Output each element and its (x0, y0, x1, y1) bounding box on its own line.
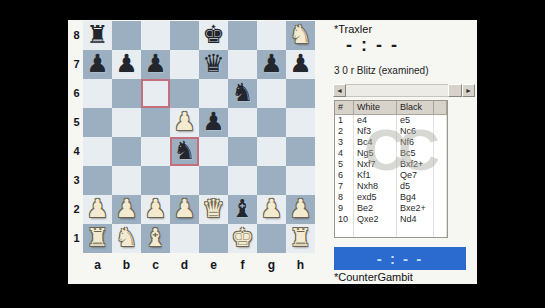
white-pawn-b2[interactable]: ♟ (112, 195, 141, 224)
video-frame: 87654321 ♜♚♞♟♟♟♛♟♟♞♟♟♞♟♟♟♟♛♝♟♟♜♞♝♚♜ abcd… (0, 0, 545, 308)
square-d4[interactable]: ♞ (170, 137, 199, 166)
square-f8[interactable] (228, 21, 257, 50)
black-knight-f6[interactable]: ♞ (228, 79, 257, 108)
black-move[interactable]: e5 (397, 115, 434, 126)
square-e4[interactable] (199, 137, 228, 166)
square-a5[interactable] (83, 108, 112, 137)
rank-label-1: 1 (70, 224, 83, 253)
spacer (434, 126, 447, 137)
move-number: 9 (335, 203, 354, 214)
spacer (434, 214, 447, 225)
move-number: 7 (335, 181, 354, 192)
square-e8[interactable]: ♚ (199, 21, 228, 50)
move-row-8[interactable]: 8exd5Bg4 (335, 192, 447, 203)
move-number: 2 (335, 126, 354, 137)
black-bishop-f2[interactable]: ♝ (228, 195, 257, 224)
move-row-5[interactable]: 5Nxf7Bxf2+ (335, 159, 447, 170)
white-knight-h8[interactable]: ♞ (286, 21, 315, 50)
black-pawn-a7[interactable]: ♟ (83, 50, 112, 79)
white-move[interactable]: Ng5 (354, 148, 397, 159)
bottom-player-name: *CounterGambit (334, 271, 413, 283)
spacer (434, 225, 447, 238)
square-a4[interactable] (83, 137, 112, 166)
white-move[interactable]: Nxf7 (354, 159, 397, 170)
rank-label-4: 4 (70, 137, 83, 166)
game-type-label: 3 0 r Blitz (examined) (334, 65, 428, 76)
move-row-4[interactable]: 4Ng5Bc5 (335, 148, 447, 159)
move-row-6[interactable]: 6Kf1Qe7 (335, 170, 447, 181)
white-pawn-d2[interactable]: ♟ (170, 195, 199, 224)
white-rook-a1[interactable]: ♜ (83, 224, 112, 253)
white-queen-e2[interactable]: ♛ (199, 195, 228, 224)
spacer (434, 181, 447, 192)
square-a8[interactable]: ♜ (83, 21, 112, 50)
file-label-f: f (228, 257, 257, 273)
square-a1[interactable]: ♜ (83, 224, 112, 253)
square-c4[interactable] (141, 137, 170, 166)
square-e3[interactable] (199, 166, 228, 195)
square-c6[interactable] (141, 79, 170, 108)
move-row-10[interactable]: 10Qxe2Nd4 (335, 214, 447, 225)
move-number: 6 (335, 170, 354, 181)
square-h8[interactable]: ♞ (286, 21, 315, 50)
black-move[interactable]: Bg4 (397, 192, 434, 203)
square-g2[interactable]: ♟ (257, 195, 286, 224)
spacer (434, 148, 447, 159)
square-b7[interactable]: ♟ (112, 50, 141, 79)
top-player-name: *Traxler (334, 23, 372, 35)
scroll-right-icon[interactable]: ► (462, 84, 475, 97)
square-d8[interactable] (170, 21, 199, 50)
file-label-h: h (286, 257, 315, 273)
square-c2[interactable]: ♟ (141, 195, 170, 224)
black-pawn-c7[interactable]: ♟ (141, 50, 170, 79)
file-label-d: d (170, 257, 199, 273)
black-pawn-e5[interactable]: ♟ (199, 108, 228, 137)
square-a2[interactable]: ♟ (83, 195, 112, 224)
black-king-e8[interactable]: ♚ (199, 21, 228, 50)
square-g7[interactable]: ♟ (257, 50, 286, 79)
black-rook-a8[interactable]: ♜ (83, 21, 112, 50)
square-h1[interactable]: ♜ (286, 224, 315, 253)
white-move[interactable]: Qxe2 (354, 214, 397, 225)
square-h6[interactable] (286, 79, 315, 108)
square-e5[interactable]: ♟ (199, 108, 228, 137)
spacer (397, 225, 434, 238)
white-move[interactable]: Be2 (354, 203, 397, 214)
black-move[interactable]: Bc5 (397, 148, 434, 159)
square-c5[interactable] (141, 108, 170, 137)
square-d3[interactable] (170, 166, 199, 195)
square-g8[interactable] (257, 21, 286, 50)
rank-label-3: 3 (70, 166, 83, 195)
square-e7[interactable]: ♛ (199, 50, 228, 79)
square-b6[interactable] (112, 79, 141, 108)
white-move[interactable]: Nxh8 (354, 181, 397, 192)
move-row-7[interactable]: 7Nxh8d5 (335, 181, 447, 192)
white-move[interactable]: Kf1 (354, 170, 397, 181)
square-b3[interactable] (112, 166, 141, 195)
square-b1[interactable]: ♞ (112, 224, 141, 253)
square-f5[interactable] (228, 108, 257, 137)
scrollbar-thumb[interactable] (448, 84, 462, 97)
black-pawn-g7[interactable]: ♟ (257, 50, 286, 79)
move-number: 5 (335, 159, 354, 170)
spacer (434, 170, 447, 181)
square-g4[interactable] (257, 137, 286, 166)
move-number: 4 (335, 148, 354, 159)
square-c3[interactable] (141, 166, 170, 195)
square-g6[interactable] (257, 79, 286, 108)
move-row-2[interactable]: 2Nf3Nc6 (335, 126, 447, 137)
square-g3[interactable] (257, 166, 286, 195)
move-number: 8 (335, 192, 354, 203)
black-move[interactable]: Bxe2+ (397, 203, 434, 214)
rank-label-6: 6 (70, 79, 83, 108)
white-pawn-c2[interactable]: ♟ (141, 195, 170, 224)
rank-label-8: 8 (70, 21, 83, 50)
square-a3[interactable] (83, 166, 112, 195)
black-pawn-h7[interactable]: ♟ (286, 50, 315, 79)
spacer (354, 225, 397, 238)
square-a6[interactable] (83, 79, 112, 108)
move-list-scrollbar[interactable]: ◄ ► (333, 84, 475, 97)
white-pawn-d5[interactable]: ♟ (170, 108, 199, 137)
file-label-e: e (199, 257, 228, 273)
black-pawn-b7[interactable]: ♟ (112, 50, 141, 79)
move-number: 1 (335, 115, 354, 126)
square-c8[interactable] (141, 21, 170, 50)
white-pawn-a2[interactable]: ♟ (83, 195, 112, 224)
move-table-header-cell (434, 101, 447, 115)
move-row-1[interactable]: 1e4e5 (335, 115, 447, 126)
square-b4[interactable] (112, 137, 141, 166)
square-b8[interactable] (112, 21, 141, 50)
white-pawn-g2[interactable]: ♟ (257, 195, 286, 224)
black-move[interactable]: Nc6 (397, 126, 434, 137)
black-move[interactable]: Nf6 (397, 137, 434, 148)
move-row-3[interactable]: 3Bc4Nf6 (335, 137, 447, 148)
move-table-header-cell: Black (397, 101, 434, 115)
file-label-a: a (83, 257, 112, 273)
square-f6[interactable]: ♞ (228, 79, 257, 108)
square-f3[interactable] (228, 166, 257, 195)
square-g1[interactable] (257, 224, 286, 253)
spacer (434, 159, 447, 170)
square-f1[interactable]: ♚ (228, 224, 257, 253)
white-move[interactable]: Bc4 (354, 137, 397, 148)
square-d2[interactable]: ♟ (170, 195, 199, 224)
black-move[interactable]: Bxf2+ (397, 159, 434, 170)
black-knight-d4[interactable]: ♞ (170, 137, 199, 166)
square-h2[interactable]: ♟ (286, 195, 315, 224)
square-e6[interactable] (199, 79, 228, 108)
square-f7[interactable] (228, 50, 257, 79)
square-d5[interactable]: ♟ (170, 108, 199, 137)
bottom-player-clock: - : - - (334, 247, 466, 270)
move-table-empty-area (335, 225, 447, 238)
rank-labels: 87654321 (70, 21, 83, 253)
square-h5[interactable] (286, 108, 315, 137)
square-g5[interactable] (257, 108, 286, 137)
square-f2[interactable]: ♝ (228, 195, 257, 224)
square-b2[interactable]: ♟ (112, 195, 141, 224)
square-d7[interactable] (170, 50, 199, 79)
file-label-c: c (141, 257, 170, 273)
white-pawn-h2[interactable]: ♟ (286, 195, 315, 224)
square-a7[interactable]: ♟ (83, 50, 112, 79)
spacer (434, 192, 447, 203)
rank-label-5: 5 (70, 108, 83, 137)
white-bishop-c1[interactable]: ♝ (141, 224, 170, 253)
square-h4[interactable] (286, 137, 315, 166)
white-rook-h1[interactable]: ♜ (286, 224, 315, 253)
spacer (434, 203, 447, 214)
white-move[interactable]: exd5 (354, 192, 397, 203)
white-king-f1[interactable]: ♚ (228, 224, 257, 253)
spacer (434, 115, 447, 126)
square-h3[interactable] (286, 166, 315, 195)
square-c7[interactable]: ♟ (141, 50, 170, 79)
move-list-table[interactable]: #WhiteBlack1e4e52Nf3Nc63Bc4Nf64Ng5Bc55Nx… (334, 100, 448, 238)
move-number: 10 (335, 214, 354, 225)
square-f4[interactable] (228, 137, 257, 166)
file-label-b: b (112, 257, 141, 273)
file-label-g: g (257, 257, 286, 273)
square-e2[interactable]: ♛ (199, 195, 228, 224)
square-h7[interactable]: ♟ (286, 50, 315, 79)
black-move[interactable]: d5 (397, 181, 434, 192)
scroll-left-icon[interactable]: ◄ (333, 84, 346, 97)
spacer (434, 137, 447, 148)
top-player-clock: - : - - (346, 35, 456, 56)
white-move[interactable]: Nf3 (354, 126, 397, 137)
move-table-header-cell: # (335, 101, 354, 115)
square-c1[interactable]: ♝ (141, 224, 170, 253)
file-labels: abcdefgh (83, 257, 315, 273)
black-queen-e7[interactable]: ♛ (199, 50, 228, 79)
square-d6[interactable] (170, 79, 199, 108)
chess-app-panel: 87654321 ♜♚♞♟♟♟♛♟♟♞♟♟♞♟♟♟♟♛♝♟♟♜♞♝♚♜ abcd… (68, 20, 477, 284)
rank-label-7: 7 (70, 50, 83, 79)
square-d1[interactable] (170, 224, 199, 253)
square-e1[interactable] (199, 224, 228, 253)
spacer (335, 225, 354, 238)
move-row-9[interactable]: 9Be2Bxe2+ (335, 203, 447, 214)
black-move[interactable]: Nd4 (397, 214, 434, 225)
move-number: 3 (335, 137, 354, 148)
square-b5[interactable] (112, 108, 141, 137)
white-knight-b1[interactable]: ♞ (112, 224, 141, 253)
black-move[interactable]: Qe7 (397, 170, 434, 181)
white-move[interactable]: e4 (354, 115, 397, 126)
move-table-header-cell: White (354, 101, 397, 115)
rank-label-2: 2 (70, 195, 83, 224)
move-table-header: #WhiteBlack (335, 101, 447, 115)
chess-board[interactable]: ♜♚♞♟♟♟♛♟♟♞♟♟♞♟♟♟♟♛♝♟♟♜♞♝♚♜ (83, 21, 315, 253)
